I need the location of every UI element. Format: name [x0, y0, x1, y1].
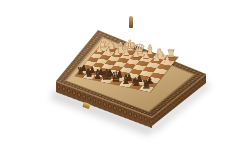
hinge-knob-icon: [129, 16, 133, 28]
chess-set-photo: ♜♞♝♛♚♝♞♜♟♟♟♟♟♟♟♟♟♟♟♟♟♟♟♟♜♞♝♛♚♝♞♜: [0, 0, 240, 150]
